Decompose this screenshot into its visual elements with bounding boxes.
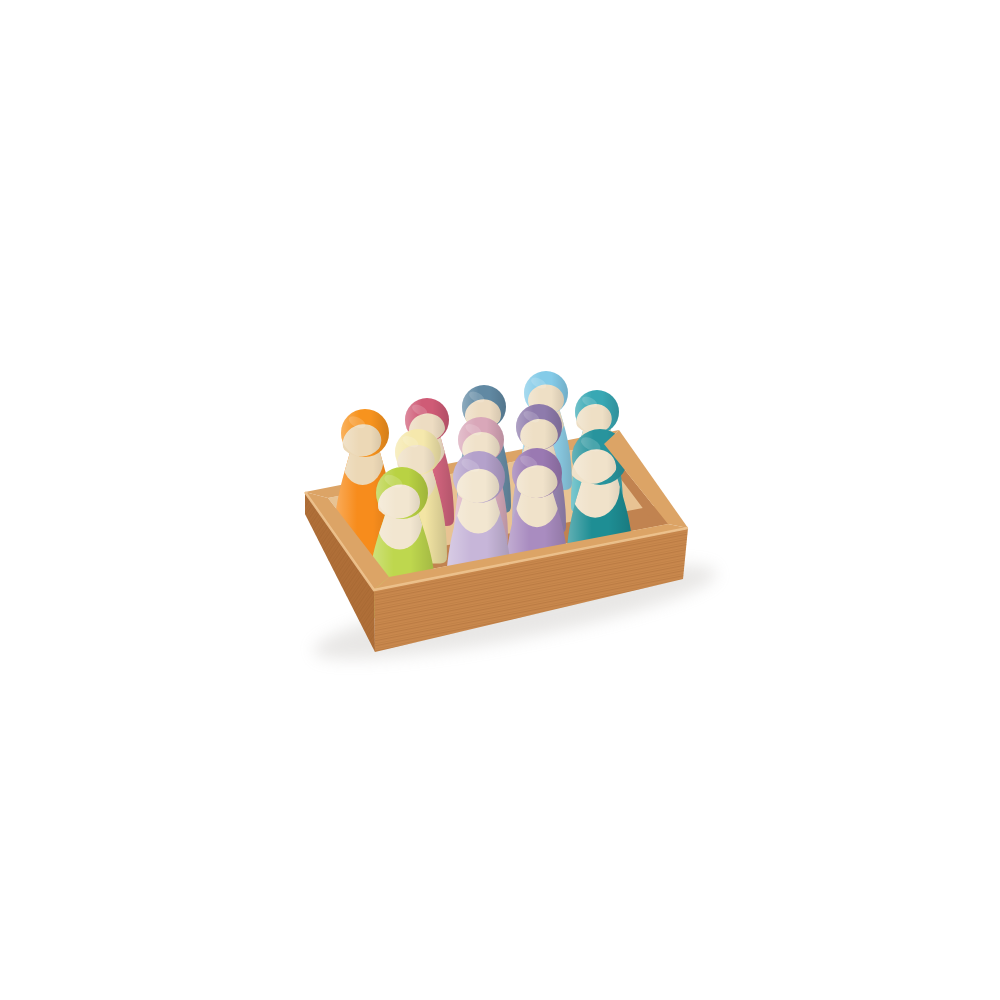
doll-purple-head-shade	[512, 448, 562, 498]
product-photo	[0, 0, 1000, 1000]
doll-orange-head-shade	[341, 409, 389, 457]
doll-lilac-head-shade	[453, 451, 505, 503]
doll-dusty-purple-head-shade	[516, 404, 562, 450]
doll-turquoise-head-shade	[575, 390, 619, 434]
doll-lime-green-head-shade	[376, 467, 428, 519]
scene	[0, 0, 1000, 1000]
